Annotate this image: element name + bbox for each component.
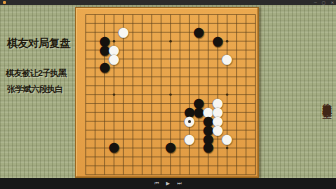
black-stone: ●	[166, 143, 175, 152]
maximize-icon[interactable]: ▢	[322, 1, 326, 5]
white-stone: ●	[119, 28, 128, 37]
black-stone: ●	[194, 28, 203, 37]
black-stone: ●	[213, 37, 222, 46]
previous-button[interactable]: ⏮	[155, 181, 160, 186]
white-stone: ●	[109, 55, 118, 64]
window-titlebar: ─ ▢ ✕	[0, 0, 336, 5]
video-title-text: 棋友对局复盘	[7, 36, 70, 51]
white-stone: ●	[185, 135, 194, 144]
channel-banner: 徐老师围棋教室	[320, 96, 333, 172]
white-stone: ●	[222, 135, 231, 144]
black-stone: ●	[100, 63, 109, 72]
black-stone: ●	[203, 143, 212, 152]
white-stone: ●	[222, 55, 231, 64]
caption-white-player: 张学斌六段执白	[7, 84, 63, 96]
next-button[interactable]: ⏭	[177, 181, 182, 186]
video-frame: 棋友对局复盘 棋友被让2子执黑 张学斌六段执白 徐老师围棋教室 ●●●●●●●●…	[0, 5, 336, 178]
go-stones-layer: ●●●●●●●●●●●●●●●●●●●●●●●●●●	[81, 10, 260, 179]
player-controls-bar: ⏮ ▶ ⏭	[0, 178, 336, 189]
caption-black-player: 棋友被让2子执黑	[6, 68, 66, 80]
window-controls: ─ ▢ ✕	[314, 0, 334, 5]
white-stone: ●	[185, 117, 194, 126]
play-button[interactable]: ▶	[166, 181, 170, 186]
black-stone: ●	[109, 143, 118, 152]
app-icon	[3, 1, 6, 4]
go-board: ●●●●●●●●●●●●●●●●●●●●●●●●●●	[75, 7, 259, 178]
close-icon[interactable]: ✕	[331, 1, 334, 5]
minimize-icon[interactable]: ─	[314, 1, 317, 5]
last-move-marker	[188, 120, 191, 123]
video-player-window: ─ ▢ ✕ 棋友对局复盘 棋友被让2子执黑 张学斌六段执白 徐老师围棋教室 ●●…	[0, 0, 336, 189]
